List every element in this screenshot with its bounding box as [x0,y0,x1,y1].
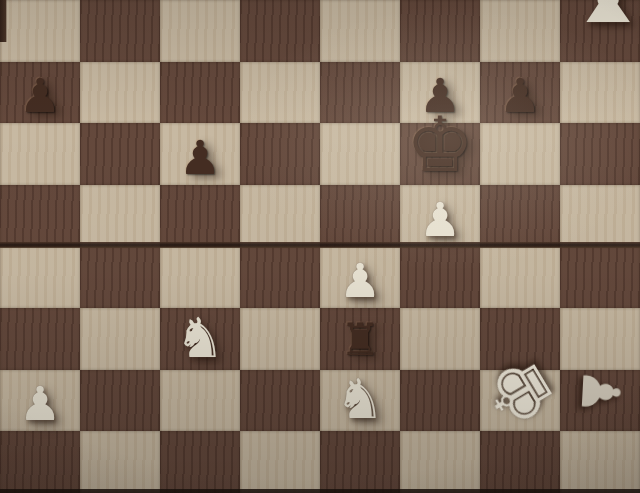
square-b7 [80,62,160,124]
square-d3 [240,308,320,370]
square-h3 [560,308,640,370]
square-d4 [240,247,320,309]
square-f3 [400,308,480,370]
square-c2 [160,370,240,432]
square-h2: ♟ [560,370,640,432]
square-h7 [560,62,640,124]
black-pawn: ♟ [419,72,461,119]
square-e2: ♞ [320,370,400,432]
square-c1 [160,431,240,493]
square-g4 [480,247,560,309]
square-g1 [480,431,560,493]
white-knight: ♞ [175,311,224,366]
black-rook: ♜ [340,317,380,362]
square-d5 [240,185,320,247]
square-f5: ♟ [400,185,480,247]
square-f2 [400,370,480,432]
square-e4: ♟ [320,247,400,309]
square-c3: ♞ [160,308,240,370]
square-c7 [160,62,240,124]
square-b1 [80,431,160,493]
square-d6 [240,123,320,185]
square-e5 [320,185,400,247]
square-b3 [80,308,160,370]
square-d2 [240,370,320,432]
square-b5 [80,185,160,247]
white-pawn-fallen: ♟ [574,367,628,416]
square-f8 [400,0,480,62]
black-pawn: ♟ [499,72,541,119]
square-a3 [0,308,80,370]
square-e1 [320,431,400,493]
square-b8 [80,0,160,62]
square-h8: ♝ [560,0,640,62]
chessboard-grid: ♝♟♟♟♟♚♟♟♞♜♟♞♚♟ [0,0,640,493]
square-e8 [320,0,400,62]
square-g5 [480,185,560,247]
square-f1 [400,431,480,493]
square-h5 [560,185,640,247]
square-g6 [480,123,560,185]
square-a1 [0,431,80,493]
square-e6 [320,123,400,185]
square-b4 [80,247,160,309]
square-d1 [240,431,320,493]
square-b6 [80,123,160,185]
chessboard: ♝♟♟♟♟♚♟♟♞♜♟♞♚♟ [0,0,640,493]
white-pawn: ♟ [339,257,381,304]
white-pawn: ♟ [419,196,461,243]
white-knight: ♞ [335,372,384,427]
square-a5 [0,185,80,247]
square-a7: ♟ [0,62,80,124]
square-a4 [0,247,80,309]
square-e7 [320,62,400,124]
square-f7: ♟ [400,62,480,124]
square-a6 [0,123,80,185]
square-h4 [560,247,640,309]
square-d7 [240,62,320,124]
square-c6: ♟ [160,123,240,185]
square-e3: ♜ [320,308,400,370]
white-bishop: ♝ [567,0,640,37]
square-h6 [560,123,640,185]
square-g3 [480,308,560,370]
square-c4 [160,247,240,309]
square-c5 [160,185,240,247]
square-c8 [160,0,240,62]
square-a2: ♟ [0,370,80,432]
square-f6: ♚ [400,123,480,185]
square-f4 [400,247,480,309]
white-pawn: ♟ [19,380,61,427]
square-g2: ♚ [480,370,560,432]
black-pawn: ♟ [19,72,61,119]
square-g8 [480,0,560,62]
square-b2 [80,370,160,432]
black-pawn: ♟ [179,134,221,181]
square-g7: ♟ [480,62,560,124]
square-d8 [240,0,320,62]
square-h1 [560,431,640,493]
square-a8 [0,0,80,62]
